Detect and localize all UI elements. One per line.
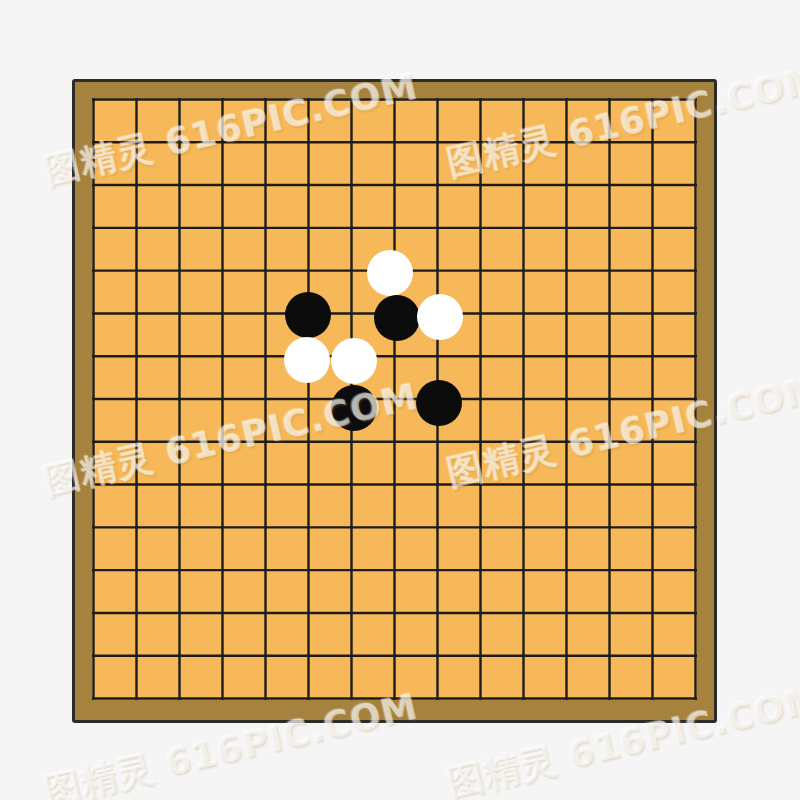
stones-layer xyxy=(92,98,697,700)
white-stone xyxy=(284,337,330,383)
goban-surface xyxy=(92,98,697,700)
black-stone xyxy=(416,380,462,426)
white-stone xyxy=(367,250,413,296)
black-stone xyxy=(285,292,331,338)
black-stone xyxy=(374,295,420,341)
black-stone xyxy=(331,385,377,431)
illustration-canvas: 图精灵 616PIC.COM图精灵 616PIC.COM图精灵 616PIC.C… xyxy=(0,0,800,800)
white-stone xyxy=(331,338,377,384)
white-stone xyxy=(417,294,463,340)
